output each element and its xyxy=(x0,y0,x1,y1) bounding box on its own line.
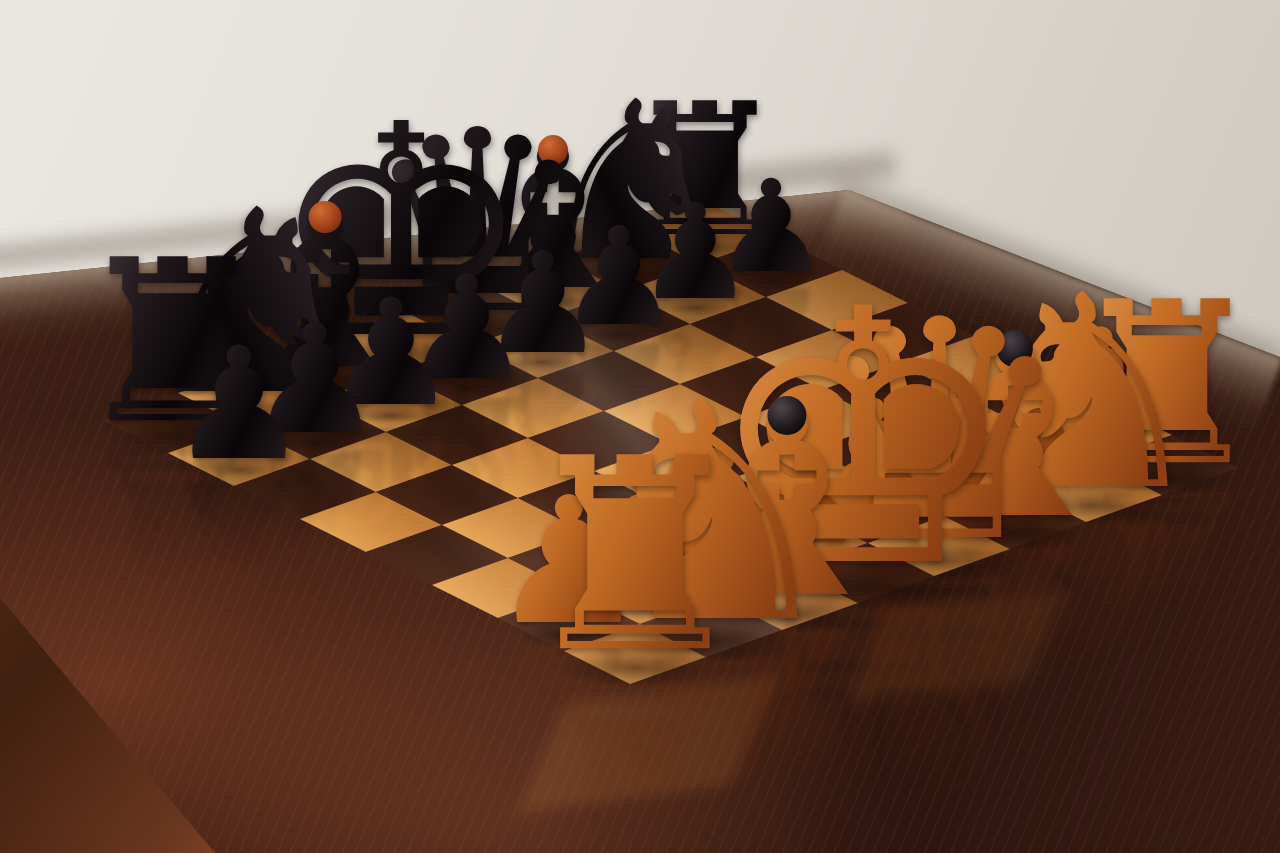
piece-white-rook-h1[interactable]: ♜ xyxy=(502,424,768,690)
chess-set-photo: ♜♜♞♞♝♝♛♛♚♚♝♝♞♞♜♜♟♟♟♟♟♟♟♟♟♟♟♟♟♟♟♟♟♟♟♟♟♟♟♟… xyxy=(0,0,1280,853)
chess-piece-glyph: ♜ xyxy=(516,424,754,690)
piece-black-pawn-h7[interactable]: ♟ xyxy=(161,327,317,483)
chess-piece-glyph: ♟ xyxy=(169,327,309,483)
